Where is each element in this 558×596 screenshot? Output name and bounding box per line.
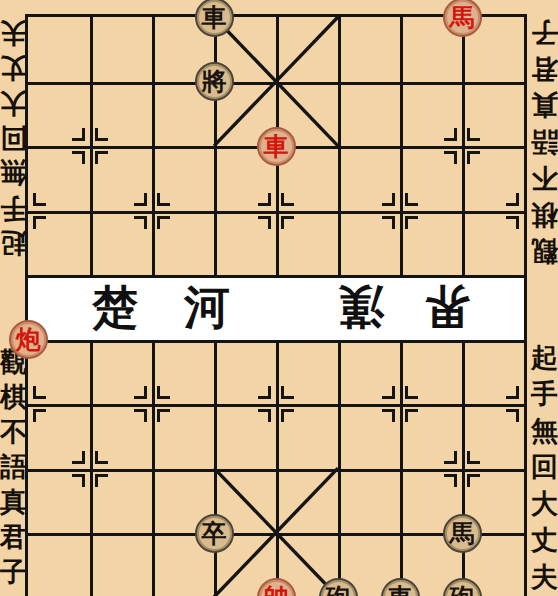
- calligraphy-char: 不: [0, 414, 27, 449]
- piece-red-general[interactable]: 帥: [257, 578, 296, 596]
- calligraphy-char: 回: [0, 121, 27, 156]
- right-strip-top-calligraphy: 觀棋不語真君子: [531, 14, 558, 270]
- calligraphy-char: 君: [531, 51, 558, 88]
- calligraphy-char: 大: [0, 86, 27, 121]
- piece-black-soldier[interactable]: 卒: [195, 514, 234, 553]
- calligraphy-char: 無: [531, 412, 558, 449]
- calligraphy-char: 子: [531, 15, 558, 52]
- calligraphy-char: 起: [531, 339, 558, 376]
- calligraphy-char: 觀: [531, 234, 558, 271]
- xiangqi-board: 楚河 漢界 車馬將車炮卒馬帥砲車砲: [25, 14, 527, 596]
- xiangqi-screenshot: { "game": "xiangqi", "position": { "fen"…: [0, 0, 558, 596]
- piece-red-horse[interactable]: 馬: [443, 0, 482, 37]
- left-strip-bottom-calligraphy: 觀棋不語真君子: [0, 344, 27, 589]
- calligraphy-char: 丈: [0, 51, 27, 86]
- calligraphy-char: 子: [0, 554, 27, 589]
- calligraphy-char: 大: [531, 485, 558, 522]
- calligraphy-char: 手: [0, 191, 27, 226]
- calligraphy-char: 無: [0, 156, 27, 191]
- piece-black-general[interactable]: 將: [195, 62, 234, 101]
- piece-red-cannon[interactable]: 炮: [9, 320, 48, 359]
- piece-black-cannon[interactable]: 砲: [319, 578, 358, 596]
- calligraphy-char: 夫: [0, 16, 27, 51]
- piece-black-chariot[interactable]: 車: [381, 578, 420, 596]
- calligraphy-char: 君: [0, 519, 27, 554]
- piece-black-cannon[interactable]: 砲: [443, 578, 482, 596]
- calligraphy-char: 丈: [531, 522, 558, 559]
- right-strip-bottom-calligraphy: 起手無回大丈夫: [531, 339, 558, 595]
- left-strip-top-calligraphy: 起手無回大丈夫: [0, 16, 27, 261]
- calligraphy-char: 語: [531, 124, 558, 161]
- calligraphy-char: 棋: [0, 379, 27, 414]
- piece-black-horse[interactable]: 馬: [443, 514, 482, 553]
- calligraphy-char: 棋: [531, 197, 558, 234]
- calligraphy-char: 語: [0, 449, 27, 484]
- piece-black-chariot[interactable]: 車: [195, 0, 234, 37]
- calligraphy-char: 手: [531, 376, 558, 413]
- pieces-layer: 車馬將車炮卒馬帥砲車砲: [28, 17, 524, 596]
- calligraphy-char: 真: [531, 88, 558, 125]
- calligraphy-char: 夫: [531, 558, 558, 595]
- calligraphy-char: 不: [531, 161, 558, 198]
- calligraphy-char: 真: [0, 484, 27, 519]
- calligraphy-char: 回: [531, 449, 558, 486]
- calligraphy-char: 起: [0, 226, 27, 261]
- piece-red-chariot[interactable]: 車: [257, 127, 296, 166]
